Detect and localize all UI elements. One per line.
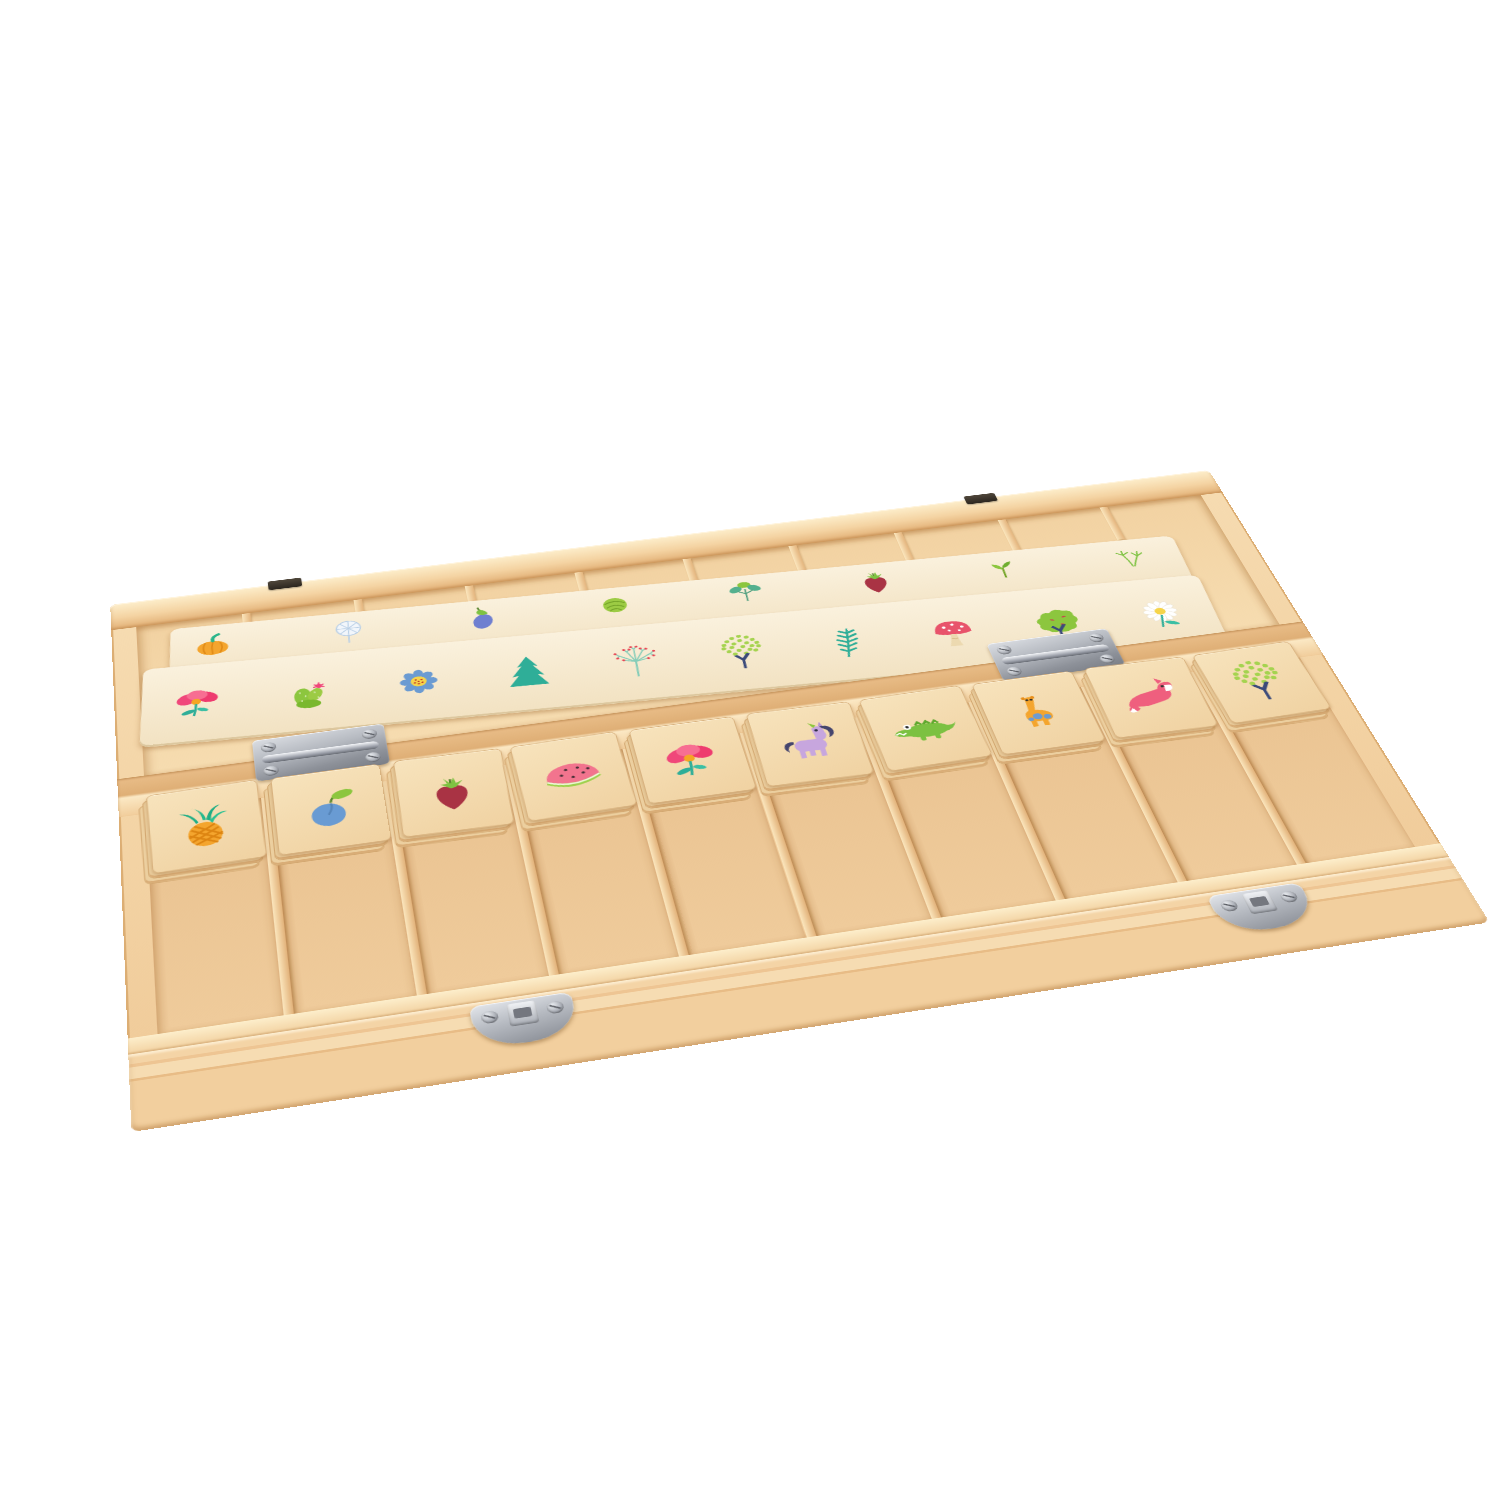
flower-icon: [167, 681, 229, 724]
latch-left-icon: [469, 992, 580, 1050]
latch-right-icon: [1206, 882, 1320, 935]
pumpkin-icon: [187, 626, 239, 662]
cabbage-icon: [588, 589, 644, 624]
tree-icon: [710, 632, 777, 673]
tile-stack-strawberry: [393, 748, 513, 836]
tile-stack-unicorn: [745, 702, 872, 786]
product-photo-canvas: [0, 0, 1500, 1500]
sprout-icon: [974, 553, 1034, 586]
fern-icon: [816, 623, 884, 664]
tile-stack-watermelon: [510, 731, 636, 820]
crocodile-icon: [882, 701, 968, 754]
unicorn-icon: [768, 717, 851, 769]
tile-stack-plum: [270, 764, 389, 854]
pine-tree-icon: [497, 652, 562, 694]
giraffe-icon: [995, 687, 1081, 738]
tree-icon: [1216, 657, 1305, 708]
strawberry-icon: [414, 765, 492, 820]
plum-icon: [291, 781, 369, 837]
strawberry-icon: [847, 565, 905, 599]
watermelon-icon: [532, 748, 614, 803]
daisy-icon: [1127, 595, 1199, 635]
dill-icon: [604, 642, 670, 684]
dandelion-icon: [323, 614, 376, 649]
tile-stack-pineapple: [146, 780, 265, 873]
flower-icon: [651, 733, 733, 787]
mushroom-icon: [920, 613, 990, 654]
latch-tab: [506, 1000, 539, 1026]
pineapple-icon: [167, 797, 245, 855]
sorting-box: [110, 470, 1489, 1132]
eggplant-icon: [456, 601, 511, 636]
tile-stack-flower: [629, 716, 755, 802]
clover-icon: [718, 577, 775, 611]
carrot-greens-icon: [1100, 541, 1161, 574]
blue-flower-icon: [388, 661, 451, 703]
cactus-icon: [279, 671, 341, 714]
tile-plum[interactable]: [270, 764, 392, 856]
tile-flower[interactable]: [629, 716, 758, 804]
tile-strawberry[interactable]: [393, 748, 515, 837]
fox-icon: [1107, 672, 1193, 722]
